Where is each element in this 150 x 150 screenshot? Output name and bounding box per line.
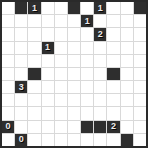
empty-cell-r5c1[interactable] (15, 68, 27, 80)
empty-cell-r2c9[interactable] (121, 28, 133, 40)
empty-cell-r4c2[interactable] (28, 55, 40, 67)
mine-cell-r9c7[interactable] (94, 121, 106, 133)
empty-cell-r6c9[interactable] (121, 81, 133, 93)
empty-cell-r9c4[interactable] (55, 121, 67, 133)
clue-cell-r0c7[interactable]: 1 (94, 2, 106, 14)
empty-cell-r6c3[interactable] (42, 81, 54, 93)
empty-cell-r1c7[interactable] (94, 15, 106, 27)
empty-cell-r7c1[interactable] (15, 94, 27, 106)
empty-cell-r8c4[interactable] (55, 107, 67, 119)
empty-cell-r3c4[interactable] (55, 42, 67, 54)
empty-cell-r4c3[interactable] (42, 55, 54, 67)
empty-cell-r2c4[interactable] (55, 28, 67, 40)
empty-cell-r10c8[interactable] (107, 134, 119, 146)
empty-cell-r3c1[interactable] (15, 42, 27, 54)
empty-cell-r9c1[interactable] (15, 121, 27, 133)
empty-cell-r8c2[interactable] (28, 107, 40, 119)
empty-cell-r6c0[interactable] (2, 81, 14, 93)
empty-cell-r7c4[interactable] (55, 94, 67, 106)
empty-cell-r5c3[interactable] (42, 68, 54, 80)
mine-cell-r10c9[interactable] (121, 134, 133, 146)
empty-cell-r8c9[interactable] (121, 107, 133, 119)
empty-cell-r1c0[interactable] (2, 15, 14, 27)
empty-cell-r0c6[interactable] (81, 2, 93, 14)
empty-cell-r10c10[interactable] (134, 134, 146, 146)
empty-cell-r3c2[interactable] (28, 42, 40, 54)
clue-cell-r9c0[interactable]: 0 (2, 121, 14, 133)
empty-cell-r7c0[interactable] (2, 94, 14, 106)
empty-cell-r8c1[interactable] (15, 107, 27, 119)
empty-cell-r4c9[interactable] (121, 55, 133, 67)
empty-cell-r10c7[interactable] (94, 134, 106, 146)
empty-cell-r3c6[interactable] (81, 42, 93, 54)
empty-cell-r4c1[interactable] (15, 55, 27, 67)
empty-cell-r6c5[interactable] (68, 81, 80, 93)
empty-cell-r2c6[interactable] (81, 28, 93, 40)
empty-cell-r4c7[interactable] (94, 55, 106, 67)
clue-cell-r0c2[interactable]: 1 (28, 2, 40, 14)
empty-cell-r7c7[interactable] (94, 94, 106, 106)
empty-cell-r4c4[interactable] (55, 55, 67, 67)
empty-cell-r6c6[interactable] (81, 81, 93, 93)
empty-cell-r10c0[interactable] (2, 134, 14, 146)
empty-cell-r0c9[interactable] (121, 2, 133, 14)
empty-cell-r6c10[interactable] (134, 81, 146, 93)
empty-cell-r8c8[interactable] (107, 107, 119, 119)
mine-cell-r0c10[interactable] (134, 2, 146, 14)
empty-cell-r7c5[interactable] (68, 94, 80, 106)
empty-cell-r7c2[interactable] (28, 94, 40, 106)
empty-cell-r2c0[interactable] (2, 28, 14, 40)
empty-cell-r4c8[interactable] (107, 55, 119, 67)
empty-cell-r2c1[interactable] (15, 28, 27, 40)
empty-cell-r1c9[interactable] (121, 15, 133, 27)
empty-cell-r9c2[interactable] (28, 121, 40, 133)
empty-cell-r7c8[interactable] (107, 94, 119, 106)
empty-cell-r5c4[interactable] (55, 68, 67, 80)
empty-cell-r10c3[interactable] (42, 134, 54, 146)
empty-cell-r3c7[interactable] (94, 42, 106, 54)
empty-cell-r1c2[interactable] (28, 15, 40, 27)
empty-cell-r10c2[interactable] (28, 134, 40, 146)
empty-cell-r6c2[interactable] (28, 81, 40, 93)
empty-cell-r8c5[interactable] (68, 107, 80, 119)
empty-cell-r10c4[interactable] (55, 134, 67, 146)
empty-cell-r7c9[interactable] (121, 94, 133, 106)
empty-cell-r9c3[interactable] (42, 121, 54, 133)
clue-cell-r10c1[interactable]: 0 (15, 134, 27, 146)
empty-cell-r5c7[interactable] (94, 68, 106, 80)
empty-cell-r8c6[interactable] (81, 107, 93, 119)
clue-cell-r3c3[interactable]: 1 (42, 42, 54, 54)
mine-cell-r5c8[interactable] (107, 68, 119, 80)
empty-cell-r5c6[interactable] (81, 68, 93, 80)
empty-cell-r1c4[interactable] (55, 15, 67, 27)
empty-cell-r6c4[interactable] (55, 81, 67, 93)
empty-cell-r3c9[interactable] (121, 42, 133, 54)
empty-cell-r9c10[interactable] (134, 121, 146, 133)
mine-cell-r0c1[interactable] (15, 2, 27, 14)
clue-cell-r2c7[interactable]: 2 (94, 28, 106, 40)
empty-cell-r5c9[interactable] (121, 68, 133, 80)
empty-cell-r7c6[interactable] (81, 94, 93, 106)
empty-cell-r0c4[interactable] (55, 2, 67, 14)
empty-cell-r1c3[interactable] (42, 15, 54, 27)
empty-cell-r0c3[interactable] (42, 2, 54, 14)
empty-cell-r3c10[interactable] (134, 42, 146, 54)
empty-cell-r4c0[interactable] (2, 55, 14, 67)
empty-cell-r6c8[interactable] (107, 81, 119, 93)
empty-cell-r1c1[interactable] (15, 15, 27, 27)
mine-cell-r0c5[interactable] (68, 2, 80, 14)
empty-cell-r5c5[interactable] (68, 68, 80, 80)
mine-cell-r9c6[interactable] (81, 121, 93, 133)
empty-cell-r6c7[interactable] (94, 81, 106, 93)
empty-cell-r3c8[interactable] (107, 42, 119, 54)
empty-cell-r2c3[interactable] (42, 28, 54, 40)
empty-cell-r1c5[interactable] (68, 15, 80, 27)
empty-cell-r7c10[interactable] (134, 94, 146, 106)
empty-cell-r4c10[interactable] (134, 55, 146, 67)
puzzle-board: 111213020 (0, 0, 148, 148)
clue-cell-r1c6[interactable]: 1 (81, 15, 93, 27)
empty-cell-r2c2[interactable] (28, 28, 40, 40)
empty-cell-r0c8[interactable] (107, 2, 119, 14)
empty-cell-r1c10[interactable] (134, 15, 146, 27)
empty-cell-r3c0[interactable] (2, 42, 14, 54)
empty-cell-r0c0[interactable] (2, 2, 14, 14)
clue-cell-r9c8[interactable]: 2 (107, 121, 119, 133)
empty-cell-r2c10[interactable] (134, 28, 146, 40)
empty-cell-r2c5[interactable] (68, 28, 80, 40)
empty-cell-r8c3[interactable] (42, 107, 54, 119)
clue-cell-r6c1[interactable]: 3 (15, 81, 27, 93)
empty-cell-r9c9[interactable] (121, 121, 133, 133)
empty-cell-r4c5[interactable] (68, 55, 80, 67)
empty-cell-r9c5[interactable] (68, 121, 80, 133)
empty-cell-r5c0[interactable] (2, 68, 14, 80)
empty-cell-r4c6[interactable] (81, 55, 93, 67)
empty-cell-r3c5[interactable] (68, 42, 80, 54)
mine-cell-r5c2[interactable] (28, 68, 40, 80)
empty-cell-r8c10[interactable] (134, 107, 146, 119)
empty-cell-r5c10[interactable] (134, 68, 146, 80)
empty-cell-r7c3[interactable] (42, 94, 54, 106)
empty-cell-r1c8[interactable] (107, 15, 119, 27)
empty-cell-r10c5[interactable] (68, 134, 80, 146)
empty-cell-r10c6[interactable] (81, 134, 93, 146)
empty-cell-r2c8[interactable] (107, 28, 119, 40)
empty-cell-r8c7[interactable] (94, 107, 106, 119)
empty-cell-r8c0[interactable] (2, 107, 14, 119)
